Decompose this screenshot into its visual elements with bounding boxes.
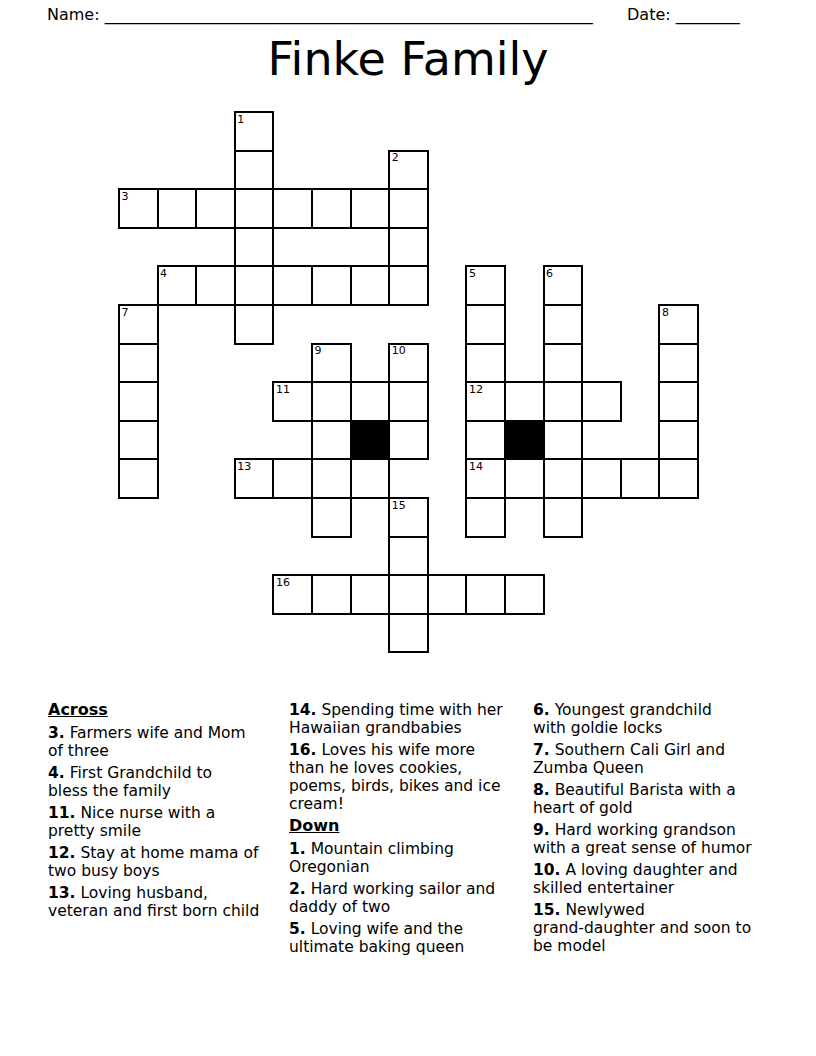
clue-text: Southern Cali Girl and Zumba Queen: [533, 741, 725, 777]
clue-text: Hard working grandson with a great sense…: [533, 821, 752, 857]
down-clue-8: 8. Beautiful Barista with a heart of gol…: [533, 781, 795, 817]
clue-number-label: 13.: [48, 884, 75, 902]
date-blank-line[interactable]: ________: [676, 5, 740, 24]
grid-cell[interactable]: [311, 574, 352, 615]
across-clue-16: 16. Loves his wife more than he loves co…: [289, 741, 537, 813]
clue-number: 14: [469, 461, 483, 472]
grid-cell[interactable]: [581, 458, 622, 499]
clue-number: 8: [662, 307, 669, 318]
clue-text: A loving daughter and skilled entertaine…: [533, 861, 738, 897]
down-clue-7: 7. Southern Cali Girl and Zumba Queen: [533, 741, 795, 777]
grid-cell[interactable]: [658, 381, 699, 422]
clue-number-label: 16.: [289, 741, 316, 759]
grid-cell[interactable]: [272, 458, 313, 499]
clue-number-label: 11.: [48, 804, 75, 822]
clue-number: 16: [276, 577, 290, 588]
grid-cell[interactable]: [350, 265, 391, 306]
grid-cell[interactable]: [388, 381, 429, 422]
grid-cell[interactable]: [465, 574, 506, 615]
across-clue-4: 4. First Grandchild to bless the family: [48, 764, 280, 800]
clue-number-label: 10.: [533, 861, 560, 879]
clue-number: 10: [392, 345, 406, 356]
grid-cell[interactable]: [234, 265, 275, 306]
clue-column: Across3. Farmers wife and Mom of three4.…: [48, 701, 280, 924]
clue-number-label: 2.: [289, 880, 306, 898]
grid-cell[interactable]: [388, 227, 429, 268]
clue-text: Loving husband, veteran and first born c…: [48, 884, 259, 920]
across-clue-12: 12. Stay at home mama of two busy boys: [48, 844, 280, 880]
clue-number-label: 7.: [533, 741, 550, 759]
grid-cell[interactable]: [234, 304, 275, 345]
across-clue-11: 11. Nice nurse with a pretty smile: [48, 804, 280, 840]
clue-number-label: 6.: [533, 701, 550, 719]
grid-cell[interactable]: [658, 420, 699, 461]
across-clue-3: 3. Farmers wife and Mom of three: [48, 724, 280, 760]
grid-cell[interactable]: [465, 343, 506, 384]
grid-cell[interactable]: [388, 613, 429, 654]
grid-cell[interactable]: [658, 458, 699, 499]
clue-column: 14. Spending time with her Hawaiian gran…: [289, 701, 537, 960]
grid-cell[interactable]: [311, 458, 352, 499]
clue-number-label: 3.: [48, 724, 65, 742]
grid-cell[interactable]: [311, 497, 352, 538]
clue-text: Newlywed grand-daughter and soon to be m…: [533, 901, 751, 955]
clue-number-label: 9.: [533, 821, 550, 839]
clue-number: 1: [237, 114, 244, 125]
clue-number: 5: [469, 268, 476, 279]
grid-cell[interactable]: [118, 381, 159, 422]
down-clue-15: 15. Newlywed grand-daughter and soon to …: [533, 901, 795, 955]
grid-cell[interactable]: [504, 574, 545, 615]
grid-cell[interactable]: [157, 188, 198, 229]
clue-number-label: 14.: [289, 701, 316, 719]
name-blank-line[interactable]: ________________________________________…: [105, 5, 593, 24]
clue-text: Farmers wife and Mom of three: [48, 724, 246, 760]
grid-cell[interactable]: [581, 381, 622, 422]
grid-cell[interactable]: [118, 458, 159, 499]
name-field: Name: __________________________________…: [47, 5, 593, 24]
clue-number: 13: [237, 461, 251, 472]
clue-number: 2: [392, 152, 399, 163]
grid-cell[interactable]: [195, 265, 236, 306]
clue-number: 3: [122, 191, 129, 202]
grid-cell[interactable]: [543, 381, 584, 422]
puzzle-title: Finke Family: [0, 31, 816, 87]
clue-text: Youngest grandchild with goldie locks: [533, 701, 712, 737]
clue-number-label: 1.: [289, 840, 306, 858]
across-clue-14: 14. Spending time with her Hawaiian gran…: [289, 701, 537, 737]
blocked-cell: [350, 420, 391, 461]
blocked-cell: [504, 420, 545, 461]
grid-cell[interactable]: [465, 420, 506, 461]
clue-number: 7: [122, 307, 129, 318]
grid-cell[interactable]: [620, 458, 661, 499]
grid-cell[interactable]: [388, 265, 429, 306]
grid-cell[interactable]: [234, 150, 275, 191]
grid-cell[interactable]: [118, 420, 159, 461]
grid-cell[interactable]: [427, 574, 468, 615]
clue-number: 12: [469, 384, 483, 395]
grid-cell[interactable]: [234, 227, 275, 268]
date-field: Date: ________: [627, 5, 740, 24]
clue-text: Loving wife and the ultimate baking quee…: [289, 920, 464, 956]
clue-number-label: 8.: [533, 781, 550, 799]
clue-text: Beautiful Barista with a heart of gold: [533, 781, 736, 817]
grid-cell[interactable]: [465, 304, 506, 345]
clue-column: 6. Youngest grandchild with goldie locks…: [533, 701, 795, 959]
down-clue-9: 9. Hard working grandson with a great se…: [533, 821, 795, 857]
clue-number-label: 15.: [533, 901, 560, 919]
grid-cell[interactable]: [272, 188, 313, 229]
clue-number: 15: [392, 500, 406, 511]
grid-cell[interactable]: [504, 458, 545, 499]
clue-text: Mountain climbing Oregonian: [289, 840, 454, 876]
name-label: Name:: [47, 5, 100, 24]
down-clue-10: 10. A loving daughter and skilled entert…: [533, 861, 795, 897]
grid-cell[interactable]: [350, 188, 391, 229]
clue-text: Hard working sailor and daddy of two: [289, 880, 495, 916]
grid-cell[interactable]: [311, 265, 352, 306]
clue-number-label: 5.: [289, 920, 306, 938]
across-clue-13: 13. Loving husband, veteran and first bo…: [48, 884, 280, 920]
clue-number: 6: [546, 268, 553, 279]
grid-cell[interactable]: [388, 420, 429, 461]
grid-cell[interactable]: [388, 188, 429, 229]
grid-cell[interactable]: [311, 381, 352, 422]
clue-number: 11: [276, 384, 290, 395]
across-heading: Across: [48, 701, 280, 719]
grid-cell[interactable]: [272, 265, 313, 306]
grid-cell[interactable]: [311, 420, 352, 461]
down-clue-1: 1. Mountain climbing Oregonian: [289, 840, 537, 876]
grid-cell[interactable]: [350, 574, 391, 615]
grid-cell[interactable]: [311, 188, 352, 229]
grid-cell[interactable]: [658, 343, 699, 384]
grid-cell[interactable]: [543, 497, 584, 538]
grid-cell[interactable]: [350, 458, 391, 499]
down-clue-6: 6. Youngest grandchild with goldie locks: [533, 701, 795, 737]
clue-text: First Grandchild to bless the family: [48, 764, 212, 800]
clue-text: Spending time with her Hawaiian grandbab…: [289, 701, 503, 737]
grid-cell[interactable]: [543, 458, 584, 499]
clue-text: Loves his wife more than he loves cookie…: [289, 741, 500, 813]
grid-cell[interactable]: [350, 381, 391, 422]
grid-cell[interactable]: [388, 536, 429, 577]
grid-cell[interactable]: [118, 343, 159, 384]
grid-cell[interactable]: [195, 188, 236, 229]
grid-cell[interactable]: [234, 188, 275, 229]
grid-cell[interactable]: [388, 574, 429, 615]
clue-text: Stay at home mama of two busy boys: [48, 844, 258, 880]
grid-cell[interactable]: [543, 420, 584, 461]
grid-cell[interactable]: [465, 497, 506, 538]
clue-number: 4: [160, 268, 167, 279]
clue-number-label: 4.: [48, 764, 65, 782]
clue-number: 9: [315, 345, 322, 356]
clue-number-label: 12.: [48, 844, 75, 862]
date-label: Date:: [627, 5, 671, 24]
grid-cell[interactable]: [543, 343, 584, 384]
grid-cell[interactable]: [543, 304, 584, 345]
down-clue-5: 5. Loving wife and the ultimate baking q…: [289, 920, 537, 956]
down-clue-2: 2. Hard working sailor and daddy of two: [289, 880, 537, 916]
down-heading: Down: [289, 817, 537, 835]
grid-cell[interactable]: [504, 381, 545, 422]
crossword-grid: 12345678910111213141516: [118, 111, 699, 654]
